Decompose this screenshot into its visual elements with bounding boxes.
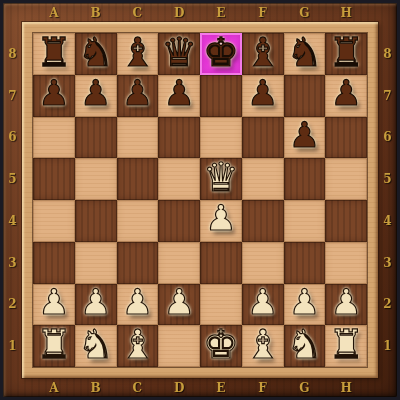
black-knight[interactable]: ♞ bbox=[286, 32, 322, 72]
chess-board: ♜♞♝♛♚♝♞♜♟♟♟♟♟♟♟♛♟♟♟♟♟♟♟♟♜♞♝♚♝♞♜ bbox=[33, 33, 367, 367]
rank-labels-left-label: 6 bbox=[4, 117, 21, 159]
square-g4[interactable] bbox=[284, 200, 326, 242]
file-labels-top: ABCDEFGH bbox=[33, 4, 367, 21]
square-b6[interactable] bbox=[75, 117, 117, 159]
rank-labels-right-label: 6 bbox=[379, 117, 396, 159]
white-king[interactable]: ♚ bbox=[203, 324, 239, 364]
file-labels-top-label: B bbox=[75, 4, 117, 21]
square-e8[interactable]: ♚ bbox=[200, 33, 242, 75]
square-c5[interactable] bbox=[117, 158, 159, 200]
square-h6[interactable] bbox=[325, 117, 367, 159]
rank-labels-right-label: 2 bbox=[379, 284, 396, 326]
file-labels-top-label: E bbox=[200, 4, 242, 21]
file-labels-bottom-label: C bbox=[117, 379, 159, 396]
rank-labels-right: 87654321 bbox=[379, 33, 396, 367]
white-knight[interactable]: ♞ bbox=[78, 324, 114, 364]
square-d3[interactable] bbox=[158, 242, 200, 284]
black-king[interactable]: ♚ bbox=[203, 32, 239, 72]
rank-labels-right-label: 8 bbox=[379, 33, 396, 75]
square-e3[interactable] bbox=[200, 242, 242, 284]
black-bishop[interactable]: ♝ bbox=[245, 32, 281, 72]
black-pawn[interactable]: ♟ bbox=[122, 76, 153, 111]
file-labels-top-label: C bbox=[117, 4, 159, 21]
square-c8[interactable]: ♝ bbox=[117, 33, 159, 75]
square-f3[interactable] bbox=[242, 242, 284, 284]
square-e6[interactable] bbox=[200, 117, 242, 159]
square-d1[interactable] bbox=[158, 325, 200, 367]
black-pawn[interactable]: ♟ bbox=[38, 76, 69, 111]
black-rook[interactable]: ♜ bbox=[328, 32, 364, 72]
square-f8[interactable]: ♝ bbox=[242, 33, 284, 75]
square-b4[interactable] bbox=[75, 200, 117, 242]
white-knight[interactable]: ♞ bbox=[286, 324, 322, 364]
square-a4[interactable] bbox=[33, 200, 75, 242]
square-h4[interactable] bbox=[325, 200, 367, 242]
white-pawn[interactable]: ♟ bbox=[330, 285, 361, 320]
square-g1[interactable]: ♞ bbox=[284, 325, 326, 367]
rank-labels-left-label: 7 bbox=[4, 75, 21, 117]
square-f1[interactable]: ♝ bbox=[242, 325, 284, 367]
file-labels-top-label: H bbox=[325, 4, 367, 21]
rank-labels-right-label: 3 bbox=[379, 242, 396, 284]
white-bishop[interactable]: ♝ bbox=[245, 324, 281, 364]
black-rook[interactable]: ♜ bbox=[36, 32, 72, 72]
square-h8[interactable]: ♜ bbox=[325, 33, 367, 75]
square-a1[interactable]: ♜ bbox=[33, 325, 75, 367]
file-labels-top-label: A bbox=[33, 4, 75, 21]
square-h1[interactable]: ♜ bbox=[325, 325, 367, 367]
square-c1[interactable]: ♝ bbox=[117, 325, 159, 367]
square-b3[interactable] bbox=[75, 242, 117, 284]
square-a8[interactable]: ♜ bbox=[33, 33, 75, 75]
white-pawn[interactable]: ♟ bbox=[289, 285, 320, 320]
square-h2[interactable]: ♟ bbox=[325, 284, 367, 326]
square-c2[interactable]: ♟ bbox=[117, 284, 159, 326]
white-bishop[interactable]: ♝ bbox=[119, 324, 155, 364]
square-c3[interactable] bbox=[117, 242, 159, 284]
black-queen[interactable]: ♛ bbox=[161, 32, 197, 72]
rank-labels-left-label: 8 bbox=[4, 33, 21, 75]
square-f6[interactable] bbox=[242, 117, 284, 159]
square-e7[interactable] bbox=[200, 75, 242, 117]
rank-labels-left-label: 4 bbox=[4, 200, 21, 242]
square-g7[interactable] bbox=[284, 75, 326, 117]
square-g6[interactable]: ♟ bbox=[284, 117, 326, 159]
square-c6[interactable] bbox=[117, 117, 159, 159]
white-pawn[interactable]: ♟ bbox=[205, 201, 236, 236]
square-b7[interactable]: ♟ bbox=[75, 75, 117, 117]
file-labels-bottom-label: D bbox=[158, 379, 200, 396]
black-pawn[interactable]: ♟ bbox=[163, 76, 194, 111]
square-a7[interactable]: ♟ bbox=[33, 75, 75, 117]
square-b1[interactable]: ♞ bbox=[75, 325, 117, 367]
file-labels-top-label: G bbox=[284, 4, 326, 21]
black-pawn[interactable]: ♟ bbox=[289, 118, 320, 153]
black-pawn[interactable]: ♟ bbox=[80, 76, 111, 111]
square-g8[interactable]: ♞ bbox=[284, 33, 326, 75]
square-f5[interactable] bbox=[242, 158, 284, 200]
file-labels-top-label: D bbox=[158, 4, 200, 21]
square-d5[interactable] bbox=[158, 158, 200, 200]
square-b8[interactable]: ♞ bbox=[75, 33, 117, 75]
square-f2[interactable]: ♟ bbox=[242, 284, 284, 326]
black-pawn[interactable]: ♟ bbox=[247, 76, 278, 111]
square-b2[interactable]: ♟ bbox=[75, 284, 117, 326]
square-d8[interactable]: ♛ bbox=[158, 33, 200, 75]
square-h7[interactable]: ♟ bbox=[325, 75, 367, 117]
rank-labels-right-label: 1 bbox=[379, 325, 396, 367]
white-pawn[interactable]: ♟ bbox=[122, 285, 153, 320]
black-knight[interactable]: ♞ bbox=[78, 32, 114, 72]
square-e2[interactable] bbox=[200, 284, 242, 326]
square-g5[interactable] bbox=[284, 158, 326, 200]
square-e5[interactable]: ♛ bbox=[200, 158, 242, 200]
rank-labels-left-label: 1 bbox=[4, 325, 21, 367]
square-d2[interactable]: ♟ bbox=[158, 284, 200, 326]
black-bishop[interactable]: ♝ bbox=[119, 32, 155, 72]
rank-labels-left-label: 3 bbox=[4, 242, 21, 284]
square-c7[interactable]: ♟ bbox=[117, 75, 159, 117]
file-labels-bottom-label: B bbox=[75, 379, 117, 396]
rank-labels-right-label: 7 bbox=[379, 75, 396, 117]
file-labels-bottom-label: F bbox=[242, 379, 284, 396]
square-b5[interactable] bbox=[75, 158, 117, 200]
square-g3[interactable] bbox=[284, 242, 326, 284]
black-pawn[interactable]: ♟ bbox=[330, 76, 361, 111]
square-a2[interactable]: ♟ bbox=[33, 284, 75, 326]
square-e4[interactable]: ♟ bbox=[200, 200, 242, 242]
file-labels-top-label: F bbox=[242, 4, 284, 21]
square-a3[interactable] bbox=[33, 242, 75, 284]
square-f7[interactable]: ♟ bbox=[242, 75, 284, 117]
file-labels-bottom-label: H bbox=[325, 379, 367, 396]
rank-labels-left-label: 5 bbox=[4, 158, 21, 200]
chess-app: ABCDEFGH ABCDEFGH 87654321 87654321 ♜♞♝♛… bbox=[0, 0, 400, 400]
square-h5[interactable] bbox=[325, 158, 367, 200]
white-rook[interactable]: ♜ bbox=[328, 324, 364, 364]
square-d6[interactable] bbox=[158, 117, 200, 159]
white-rook[interactable]: ♜ bbox=[36, 324, 72, 364]
square-e1[interactable]: ♚ bbox=[200, 325, 242, 367]
rank-labels-right-label: 4 bbox=[379, 200, 396, 242]
square-c4[interactable] bbox=[117, 200, 159, 242]
rank-labels-left-label: 2 bbox=[4, 284, 21, 326]
square-g2[interactable]: ♟ bbox=[284, 284, 326, 326]
white-pawn[interactable]: ♟ bbox=[80, 285, 111, 320]
white-queen[interactable]: ♛ bbox=[203, 157, 239, 197]
file-labels-bottom-label: A bbox=[33, 379, 75, 396]
square-h3[interactable] bbox=[325, 242, 367, 284]
rank-labels-right-label: 5 bbox=[379, 158, 396, 200]
white-pawn[interactable]: ♟ bbox=[38, 285, 69, 320]
rank-labels-left: 87654321 bbox=[4, 33, 21, 367]
file-labels-bottom-label: G bbox=[284, 379, 326, 396]
square-a5[interactable] bbox=[33, 158, 75, 200]
square-d4[interactable] bbox=[158, 200, 200, 242]
file-labels-bottom-label: E bbox=[200, 379, 242, 396]
square-f4[interactable] bbox=[242, 200, 284, 242]
square-d7[interactable]: ♟ bbox=[158, 75, 200, 117]
white-pawn[interactable]: ♟ bbox=[247, 285, 278, 320]
file-labels-bottom: ABCDEFGH bbox=[33, 379, 367, 396]
white-pawn[interactable]: ♟ bbox=[163, 285, 194, 320]
square-a6[interactable] bbox=[33, 117, 75, 159]
